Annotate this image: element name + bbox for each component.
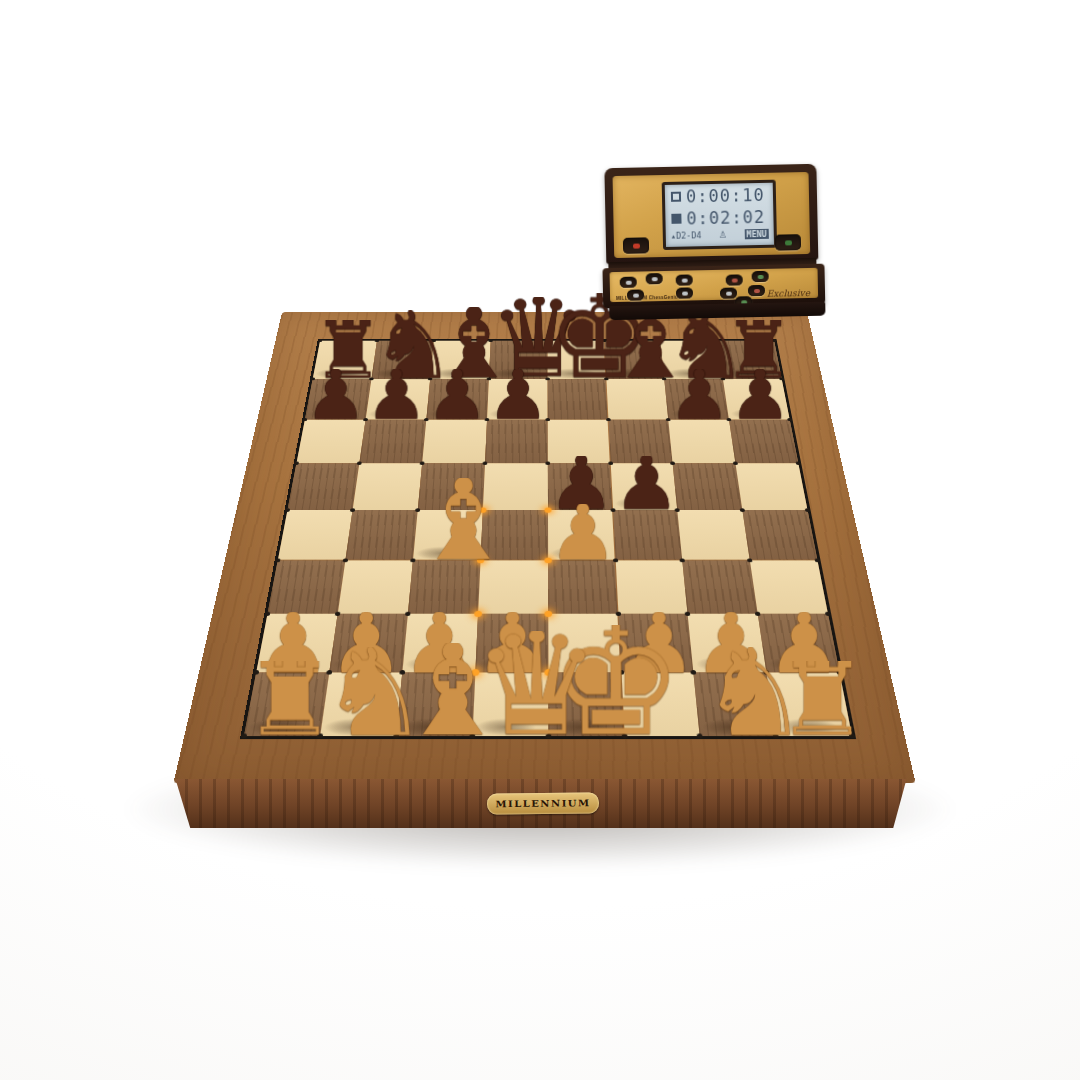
square-a7[interactable] xyxy=(305,379,371,420)
enter-button[interactable] xyxy=(627,289,644,300)
white-bishop-glyph: ♝ xyxy=(413,477,481,561)
chess-clock-module: 0:00:10 0:02:02 ▴D2-D4 ♙ MENU xyxy=(604,164,819,326)
white-knight-g1[interactable]: ♞ xyxy=(700,647,776,739)
square-b5[interactable] xyxy=(353,463,422,510)
white-queen-glyph: ♛ xyxy=(472,631,548,738)
square-f7[interactable] xyxy=(606,379,669,420)
display-button[interactable] xyxy=(676,274,693,285)
clock-keypad: MILLENNIUM ChessGenius Exclusive xyxy=(610,268,819,302)
function-button[interactable] xyxy=(646,273,663,284)
black-pawn-f5[interactable]: ♟ xyxy=(613,456,678,512)
square-d8[interactable] xyxy=(489,341,548,379)
left-button-icon xyxy=(725,291,731,295)
clock-upper-casing: 0:00:10 0:02:02 ▴D2-D4 ♙ MENU xyxy=(604,164,818,264)
white-rook-h1[interactable]: ♜ xyxy=(777,661,853,738)
green-dot-icon xyxy=(784,240,791,245)
white-queen-d1[interactable]: ♛ xyxy=(472,631,548,738)
black-king-glyph: ♚ xyxy=(547,293,606,380)
white-bishop-glyph: ♝ xyxy=(396,643,472,738)
enter-button-icon xyxy=(632,293,638,297)
brand-plaque-label: MILLENNIUM xyxy=(495,798,590,809)
square-c7[interactable] xyxy=(426,379,488,420)
clear-button[interactable] xyxy=(676,287,693,298)
square-f8[interactable] xyxy=(604,341,665,379)
keypad-brand-text: MILLENNIUM ChessGenius xyxy=(616,295,681,301)
square-b8[interactable] xyxy=(371,341,433,379)
board-playing-area: ♜♞♝♛♚♝♞♜♟♟♟♟♟♟♟♟♝♟♟♟♟♟♟♟♟♜♞♝♛♚♞♜ xyxy=(240,339,857,739)
power-button[interactable] xyxy=(620,277,637,288)
white-pawn-glyph: ♟ xyxy=(548,504,616,562)
white-bishop-c1[interactable]: ♝ xyxy=(396,643,472,738)
black-square-icon xyxy=(671,214,681,224)
white-lever-button[interactable] xyxy=(623,237,649,254)
black-pawn-glyph: ♟ xyxy=(613,456,678,512)
ok-button[interactable] xyxy=(752,271,769,282)
clock-gold-face: 0:00:10 0:02:02 ▴D2-D4 ♙ MENU xyxy=(613,172,811,258)
square-e7[interactable] xyxy=(547,379,608,420)
square-f4[interactable] xyxy=(613,510,683,560)
square-g4[interactable] xyxy=(678,510,750,560)
power-button-icon xyxy=(625,280,631,284)
white-knight-glyph: ♞ xyxy=(700,647,776,739)
square-g7[interactable] xyxy=(665,379,730,420)
white-pawn-e4[interactable]: ♟ xyxy=(548,504,616,562)
square-a5[interactable] xyxy=(288,463,360,510)
product-photo-stage: ♜♞♝♛♚♝♞♜♟♟♟♟♟♟♟♟♝♟♟♟♟♟♟♟♟♜♞♝♛♚♞♜ MILLENN… xyxy=(0,0,1080,1080)
brand-plaque: MILLENNIUM xyxy=(487,792,599,814)
board-wood-frame: ♜♞♝♛♚♝♞♜♟♟♟♟♟♟♟♟♝♟♟♟♟♟♟♟♟♜♞♝♛♚♞♜ xyxy=(173,312,915,783)
clock-lcd: 0:00:10 0:02:02 ▴D2-D4 ♙ MENU xyxy=(662,180,777,250)
square-h8[interactable] xyxy=(718,341,782,379)
black-king-e8[interactable]: ♚ xyxy=(547,293,606,380)
white-rook-glyph: ♜ xyxy=(244,661,320,738)
square-a6[interactable] xyxy=(297,420,366,464)
square-h6[interactable] xyxy=(729,420,798,464)
left-button[interactable] xyxy=(720,287,737,298)
square-a4[interactable] xyxy=(278,510,353,560)
red-dot-icon xyxy=(632,243,639,248)
square-b4[interactable] xyxy=(345,510,417,560)
white-bishop-c4[interactable]: ♝ xyxy=(413,477,481,561)
display-button-icon xyxy=(681,278,687,282)
black-lever-button[interactable] xyxy=(775,234,801,251)
move-readout: ▴D2-D4 xyxy=(671,230,702,241)
white-knight-b1[interactable]: ♞ xyxy=(320,647,396,739)
turn-pawn-icon: ♙ xyxy=(719,230,727,240)
right-button[interactable] xyxy=(748,285,765,296)
function-button-icon xyxy=(651,277,657,281)
white-square-icon xyxy=(671,192,681,202)
square-h4[interactable] xyxy=(743,510,818,560)
up-button[interactable] xyxy=(726,274,743,285)
up-button-icon xyxy=(731,278,737,282)
white-knight-glyph: ♞ xyxy=(320,647,396,739)
ok-button-icon xyxy=(757,274,763,278)
board-front-edge: MILLENNIUM xyxy=(171,779,911,828)
right-button-icon xyxy=(753,289,759,293)
square-g5[interactable] xyxy=(673,463,743,510)
keypad-model-text: Exclusive xyxy=(767,288,810,299)
chess-board: ♜♞♝♛♚♝♞♜♟♟♟♟♟♟♟♟♝♟♟♟♟♟♟♟♟♜♞♝♛♚♞♜ xyxy=(173,312,915,783)
white-time: 0:00:10 xyxy=(686,185,765,207)
white-rook-a1[interactable]: ♜ xyxy=(244,661,320,738)
square-h5[interactable] xyxy=(736,463,808,510)
white-rook-glyph: ♜ xyxy=(777,661,853,738)
black-time: 0:02:02 xyxy=(686,207,765,229)
menu-softkey[interactable]: MENU xyxy=(744,229,769,240)
clear-button-icon xyxy=(681,291,687,295)
